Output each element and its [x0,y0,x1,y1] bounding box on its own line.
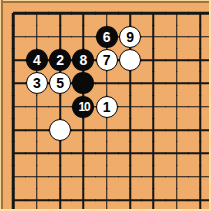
stone-black-6: 6 [96,26,118,48]
stone-number: 5 [56,76,64,90]
board-border-left [1,0,3,211]
stone-number: 2 [56,53,64,67]
board-border-bottom [0,209,211,211]
stone-white-3: 3 [26,72,48,94]
stone-white-setup [49,119,71,141]
stone-black-2: 2 [49,49,71,71]
stones-layer: 69428735101 [2,2,211,211]
stone-white-7: 7 [96,49,118,71]
stone-white-5: 5 [49,72,71,94]
stone-number: 6 [103,30,111,44]
stone-white-setup [119,49,141,71]
board-border-top [0,1,211,3]
stone-black-setup [72,72,94,94]
stone-number: 8 [80,53,88,67]
stone-black-10: 10 [72,96,94,118]
board-border-right [209,0,211,211]
stone-white-9: 9 [119,26,141,48]
stone-number: 3 [33,76,41,90]
stone-black-4: 4 [26,49,48,71]
stone-number: 9 [126,30,134,44]
stone-number: 1 [103,100,111,114]
stone-number: 7 [103,53,111,67]
go-board: 69428735101 [0,0,211,211]
stone-number: 10 [79,101,90,113]
stone-number: 4 [33,53,41,67]
stone-black-8: 8 [72,49,94,71]
stone-white-1: 1 [96,96,118,118]
